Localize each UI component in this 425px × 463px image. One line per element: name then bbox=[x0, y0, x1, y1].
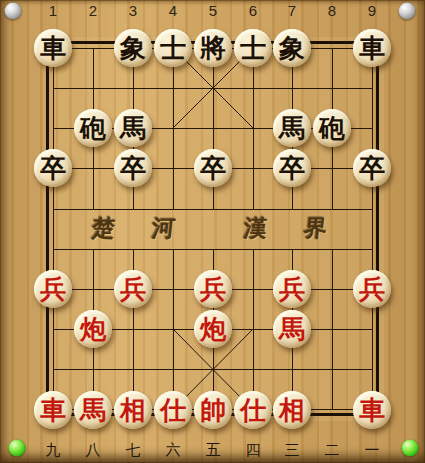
piece-black-soldier[interactable]: 卒 bbox=[34, 149, 72, 187]
piece-red-general[interactable]: 帥 bbox=[194, 391, 232, 429]
coord-top-7: 7 bbox=[288, 3, 296, 19]
piece-black-soldier[interactable]: 卒 bbox=[114, 149, 152, 187]
piece-red-cannon[interactable]: 炮 bbox=[194, 310, 232, 348]
piece-black-cannon[interactable]: 砲 bbox=[74, 109, 112, 147]
piece-black-chariot[interactable]: 車 bbox=[34, 29, 72, 67]
marker-corner-icon bbox=[320, 317, 329, 326]
coord-bottom-8: 二 bbox=[325, 442, 340, 458]
marker-corner-icon bbox=[335, 332, 344, 341]
river-label-left: 楚河 bbox=[91, 217, 214, 241]
piece-red-elephant[interactable]: 相 bbox=[114, 391, 152, 429]
coord-top-5: 5 bbox=[209, 3, 217, 19]
piece-black-horse[interactable]: 馬 bbox=[114, 109, 152, 147]
corner-led-bottom-left-icon bbox=[9, 440, 26, 457]
coord-bottom-2: 八 bbox=[86, 442, 101, 458]
cannon-point-marker bbox=[319, 316, 345, 342]
piece-black-elephant[interactable]: 象 bbox=[114, 29, 152, 67]
piece-red-horse[interactable]: 馬 bbox=[74, 391, 112, 429]
corner-screw-top-left-icon bbox=[5, 3, 22, 20]
piece-red-advisor[interactable]: 仕 bbox=[154, 391, 192, 429]
piece-red-chariot[interactable]: 車 bbox=[34, 391, 72, 429]
coord-top-3: 3 bbox=[129, 3, 137, 19]
piece-red-soldier[interactable]: 兵 bbox=[34, 270, 72, 308]
coord-top-9: 9 bbox=[368, 3, 376, 19]
piece-black-soldier[interactable]: 卒 bbox=[273, 149, 311, 187]
piece-black-horse[interactable]: 馬 bbox=[273, 109, 311, 147]
piece-black-soldier[interactable]: 卒 bbox=[353, 149, 391, 187]
corner-screw-top-right-icon bbox=[399, 3, 416, 20]
piece-black-general[interactable]: 將 bbox=[194, 29, 232, 67]
piece-red-advisor[interactable]: 仕 bbox=[234, 391, 272, 429]
coord-bottom-9: 一 bbox=[365, 442, 380, 458]
coord-top-2: 2 bbox=[89, 3, 97, 19]
coord-bottom-7: 三 bbox=[285, 442, 300, 458]
piece-red-soldier[interactable]: 兵 bbox=[194, 270, 232, 308]
piece-red-soldier[interactable]: 兵 bbox=[114, 270, 152, 308]
marker-corner-icon bbox=[335, 317, 344, 326]
piece-red-elephant[interactable]: 相 bbox=[273, 391, 311, 429]
piece-black-chariot[interactable]: 車 bbox=[353, 29, 391, 67]
xiangqi-board[interactable]: 楚河 漢界 123456789 九八七六五四三二一 車象士將士象車砲馬馬砲卒卒卒… bbox=[0, 0, 425, 463]
piece-red-chariot[interactable]: 車 bbox=[353, 391, 391, 429]
marker-corner-icon bbox=[320, 332, 329, 341]
piece-black-advisor[interactable]: 士 bbox=[154, 29, 192, 67]
coord-bottom-5: 五 bbox=[206, 442, 221, 458]
coord-bottom-3: 七 bbox=[126, 442, 141, 458]
piece-black-cannon[interactable]: 砲 bbox=[313, 109, 351, 147]
coord-top-6: 6 bbox=[249, 3, 257, 19]
piece-red-horse[interactable]: 馬 bbox=[273, 310, 311, 348]
river-label-right: 漢界 bbox=[243, 217, 366, 241]
coord-top-4: 4 bbox=[169, 3, 177, 19]
coord-bottom-4: 六 bbox=[166, 442, 181, 458]
piece-red-soldier[interactable]: 兵 bbox=[353, 270, 391, 308]
piece-black-soldier[interactable]: 卒 bbox=[194, 149, 232, 187]
piece-black-advisor[interactable]: 士 bbox=[234, 29, 272, 67]
coord-top-1: 1 bbox=[49, 3, 57, 19]
coord-bottom-1: 九 bbox=[46, 442, 61, 458]
piece-red-soldier[interactable]: 兵 bbox=[273, 270, 311, 308]
corner-led-bottom-right-icon bbox=[402, 440, 419, 457]
piece-red-cannon[interactable]: 炮 bbox=[74, 310, 112, 348]
coord-bottom-6: 四 bbox=[246, 442, 261, 458]
piece-black-elephant[interactable]: 象 bbox=[273, 29, 311, 67]
coord-top-8: 8 bbox=[328, 3, 336, 19]
